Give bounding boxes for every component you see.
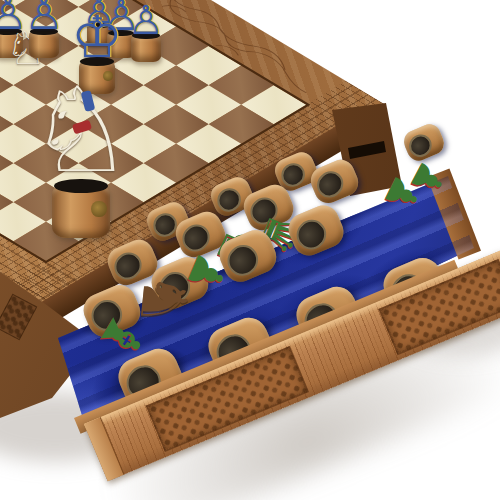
base-medallion: [311, 166, 348, 203]
stored-piece-base: [400, 121, 447, 165]
chess-set-photo-scene: ♟♚♛♟♞♝♟ ♙♘♙♙♙♙♔♘: [0, 0, 500, 500]
base-medallion: [405, 130, 437, 162]
